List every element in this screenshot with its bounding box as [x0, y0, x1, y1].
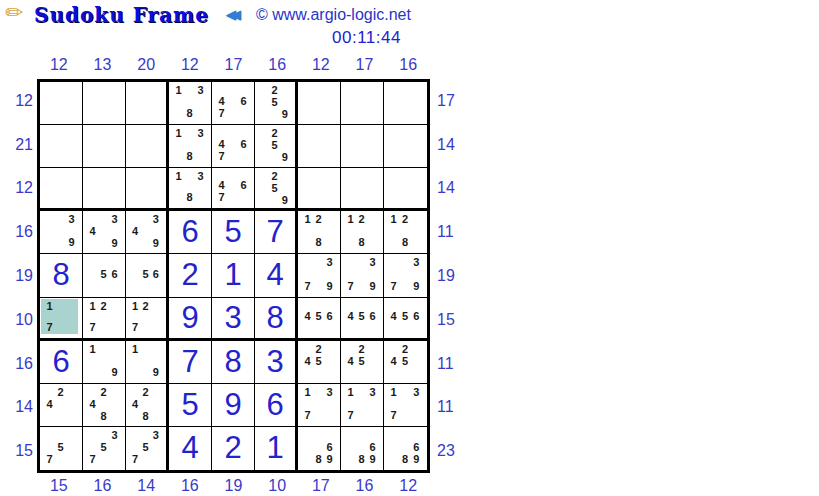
clue-top-4: 12	[168, 55, 212, 74]
cell-r6c7[interactable]: 456	[298, 298, 341, 341]
cell-r5c5[interactable]: 1	[212, 254, 255, 297]
cell-r4c1[interactable]: 39	[40, 211, 83, 254]
clue-right-3: 14	[437, 167, 473, 211]
solved-digit: 2	[169, 254, 211, 296]
pencil-mark-1: 1	[388, 386, 399, 398]
pencil-mark-2: 2	[140, 300, 150, 312]
solved-digit: 1	[212, 254, 254, 296]
pencil-mark-5: 5	[140, 441, 150, 453]
pencil-mark-3: 3	[109, 429, 120, 441]
pencil-mark-7: 7	[130, 453, 140, 465]
pencil-mark-3: 3	[324, 256, 335, 268]
clue-right-7: 11	[437, 342, 473, 386]
pencil-mark-4: 4	[302, 310, 313, 322]
page-title: Sudoku Frame	[34, 3, 209, 27]
solved-digit: 9	[169, 298, 211, 338]
pencil-marks: 259	[259, 170, 290, 203]
pencil-mark-5: 5	[399, 355, 410, 367]
pencil-marks: 127	[87, 300, 120, 333]
pencil-mark-3: 3	[195, 170, 206, 182]
pencil-mark-5: 5	[98, 268, 109, 280]
clue-bottom-6: 10	[255, 476, 299, 495]
pencil-marks: 689	[302, 429, 335, 465]
pencil-marks: 39	[44, 213, 77, 248]
pencil-mark-7: 7	[345, 280, 356, 292]
pencil-mark-2: 2	[313, 343, 324, 355]
solved-digit: 5	[169, 384, 211, 426]
pencil-mark-1: 1	[173, 84, 184, 96]
cell-r1c9[interactable]	[384, 82, 427, 125]
cell-r3c3[interactable]	[126, 168, 169, 211]
pencil-mark-3: 3	[151, 429, 161, 441]
clue-top-2: 13	[81, 55, 125, 74]
cell-r5c6[interactable]: 4	[255, 254, 298, 297]
solved-digit: 4	[169, 427, 211, 470]
pencil-mark-5: 5	[399, 310, 410, 322]
pencil-mark-7: 7	[388, 409, 399, 421]
pencil-marks: 56	[87, 256, 120, 291]
pencil-mark-7: 7	[216, 107, 227, 119]
cell-r8c3[interactable]: 248	[126, 384, 169, 427]
pencil-mark-2: 2	[269, 84, 279, 96]
pencil-mark-5: 5	[356, 310, 367, 322]
pencil-mark-5: 5	[269, 182, 279, 194]
pencil-mark-6: 6	[109, 268, 120, 280]
pencil-mark-9: 9	[367, 453, 378, 465]
cell-r7c6[interactable]: 3	[255, 341, 298, 384]
clue-top-3: 20	[124, 55, 168, 74]
cell-r9c5[interactable]: 2	[212, 427, 255, 470]
cell-r1c5[interactable]: 467	[212, 82, 255, 125]
pencil-marks: 56	[130, 256, 161, 291]
pencil-mark-4: 4	[216, 138, 227, 150]
cell-r8c1[interactable]: 24	[40, 384, 83, 427]
cell-r9c4[interactable]: 4	[169, 427, 212, 470]
pencil-mark-8: 8	[98, 410, 109, 422]
pencil-mark-1: 1	[87, 300, 98, 312]
pencil-mark-9: 9	[324, 453, 335, 465]
pencil-mark-3: 3	[195, 127, 206, 139]
pencil-marks: 248	[87, 386, 120, 421]
pencil-marks: 467	[216, 170, 249, 203]
pencil-marks: 259	[259, 127, 290, 162]
pencil-mark-6: 6	[367, 441, 378, 453]
clue-left-6: 10	[4, 298, 33, 342]
pencil-mark-9: 9	[411, 280, 422, 292]
cell-r3c5[interactable]: 467	[212, 168, 255, 211]
cell-r3c7[interactable]	[298, 168, 341, 211]
pencil-mark-2: 2	[399, 343, 410, 355]
pencil-mark-4: 4	[130, 225, 140, 237]
clue-top-5: 17	[212, 55, 256, 74]
cell-r5c2[interactable]: 56	[83, 254, 126, 297]
pencil-mark-5: 5	[356, 355, 367, 367]
cell-r8c7[interactable]: 137	[298, 384, 341, 427]
pencil-logo-icon: ✏	[5, 0, 23, 26]
pencil-mark-4: 4	[388, 355, 399, 367]
pencil-mark-5: 5	[98, 441, 109, 453]
pencil-mark-5: 5	[140, 268, 150, 280]
pencil-mark-4: 4	[216, 95, 227, 107]
pencil-marks: 138	[173, 84, 206, 119]
pencil-marks: 456	[388, 300, 422, 333]
cell-r2c8[interactable]	[341, 125, 384, 168]
pencil-mark-4: 4	[44, 398, 55, 410]
cell-r2c3[interactable]	[126, 125, 169, 168]
pencil-marks: 349	[87, 213, 120, 248]
copyright-link[interactable]: © www.argio-logic.net	[256, 6, 411, 24]
sudoku-board: 1384672591384672591384672593934934965712…	[37, 79, 430, 473]
pencil-marks: 248	[130, 386, 161, 421]
pencil-mark-3: 3	[324, 386, 335, 398]
clue-left-9: 15	[4, 429, 33, 473]
pencil-mark-7: 7	[87, 321, 98, 333]
pencil-mark-1: 1	[173, 127, 184, 139]
clue-bottom-2: 16	[81, 476, 125, 495]
pencil-mark-9: 9	[109, 237, 120, 249]
pencil-marks: 137	[302, 386, 335, 421]
clue-bottom-7: 17	[299, 476, 343, 495]
cell-r3c9[interactable]	[384, 168, 427, 211]
pencil-mark-5: 5	[269, 139, 279, 151]
pencil-mark-8: 8	[356, 236, 367, 248]
cell-r8c4[interactable]: 5	[169, 384, 212, 427]
clue-left-4: 16	[4, 210, 33, 254]
cell-r3c8[interactable]	[341, 168, 384, 211]
pencil-mark-9: 9	[151, 237, 161, 249]
pencil-marks: 128	[302, 213, 335, 248]
clue-right-5: 19	[437, 254, 473, 298]
pencil-mark-8: 8	[313, 236, 324, 248]
pencil-mark-9: 9	[280, 194, 290, 206]
pencil-mark-9: 9	[411, 453, 422, 465]
cell-r6c1[interactable]: 17	[40, 298, 83, 341]
pencil-mark-2: 2	[269, 127, 279, 139]
pencil-mark-8: 8	[184, 107, 195, 119]
cell-r4c9[interactable]: 128	[384, 211, 427, 254]
cell-r2c5[interactable]: 467	[212, 125, 255, 168]
pencil-mark-4: 4	[87, 225, 98, 237]
pencil-marks: 138	[173, 170, 206, 203]
cell-r2c4[interactable]: 138	[169, 125, 212, 168]
pencil-marks: 456	[302, 300, 335, 333]
cell-r1c6[interactable]: 259	[255, 82, 298, 125]
clue-top-9: 16	[386, 55, 430, 74]
clue-left-1: 12	[4, 79, 33, 123]
cell-r4c4[interactable]: 6	[169, 211, 212, 254]
pencil-marks: 19	[87, 343, 120, 378]
solved-digit: 6	[40, 341, 82, 383]
pencil-mark-1: 1	[388, 213, 399, 225]
pencil-mark-9: 9	[324, 280, 335, 292]
solved-digit: 5	[212, 211, 254, 253]
pencil-mark-3: 3	[411, 256, 422, 268]
solved-digit: 8	[255, 298, 295, 338]
clue-right-9: 23	[437, 429, 473, 473]
pencil-mark-6: 6	[411, 441, 422, 453]
cell-r1c7[interactable]	[298, 82, 341, 125]
pencil-mark-7: 7	[44, 321, 55, 333]
clue-bottom-5: 19	[212, 476, 256, 495]
pencil-mark-9: 9	[367, 280, 378, 292]
pencil-mark-1: 1	[345, 386, 356, 398]
clue-top-6: 16	[255, 55, 299, 74]
clue-left-2: 21	[4, 123, 33, 167]
pencil-mark-1: 1	[302, 213, 313, 225]
pencil-mark-7: 7	[388, 280, 399, 292]
cell-r7c4[interactable]: 7	[169, 341, 212, 384]
cell-r8c9[interactable]: 137	[384, 384, 427, 427]
pencil-marks: 137	[345, 386, 378, 421]
cell-r3c2[interactable]	[83, 168, 126, 211]
pencil-marks: 259	[259, 84, 290, 119]
cell-r6c5[interactable]: 3	[212, 298, 255, 341]
pencil-mark-1: 1	[87, 343, 98, 355]
pencil-mark-4: 4	[302, 355, 313, 367]
pencil-mark-9: 9	[109, 366, 120, 378]
pencil-mark-8: 8	[140, 410, 150, 422]
pencil-mark-2: 2	[140, 386, 150, 398]
cell-r6c6[interactable]: 8	[255, 298, 298, 341]
solved-digit: 1	[255, 427, 295, 470]
pencil-marks: 127	[130, 300, 161, 333]
cell-r7c9[interactable]: 245	[384, 341, 427, 384]
pencil-mark-1: 1	[130, 300, 140, 312]
clue-bottom-8: 16	[343, 476, 387, 495]
cell-r1c4[interactable]: 138	[169, 82, 212, 125]
cell-r2c6[interactable]: 259	[255, 125, 298, 168]
clue-right-6: 15	[437, 298, 473, 342]
solved-digit: 6	[255, 384, 295, 426]
cell-r9c2[interactable]: 357	[83, 427, 126, 470]
cell-r4c6[interactable]: 7	[255, 211, 298, 254]
cell-r7c2[interactable]: 19	[83, 341, 126, 384]
cell-r9c6[interactable]: 1	[255, 427, 298, 470]
cell-r7c5[interactable]: 8	[212, 341, 255, 384]
pencil-mark-8: 8	[356, 453, 367, 465]
pencil-mark-6: 6	[324, 310, 335, 322]
pencil-mark-6: 6	[411, 310, 422, 322]
cell-r6c9[interactable]: 456	[384, 298, 427, 341]
pencil-mark-1: 1	[345, 213, 356, 225]
cell-r8c6[interactable]: 6	[255, 384, 298, 427]
pencil-mark-5: 5	[55, 441, 66, 453]
pencil-mark-4: 4	[345, 310, 356, 322]
cell-r9c8[interactable]: 689	[341, 427, 384, 470]
clue-left-7: 16	[4, 342, 33, 386]
cell-r1c3[interactable]	[126, 82, 169, 125]
cell-r7c1[interactable]: 6	[40, 341, 83, 384]
solved-digit: 3	[212, 298, 254, 338]
pencil-marks: 379	[388, 256, 422, 291]
cell-r4c2[interactable]: 349	[83, 211, 126, 254]
pencil-mark-3: 3	[367, 256, 378, 268]
pencil-mark-5: 5	[313, 310, 324, 322]
pencil-marks: 245	[302, 343, 335, 378]
cell-r6c3[interactable]: 127	[126, 298, 169, 341]
pencil-marks: 17	[44, 300, 77, 333]
cell-r9c9[interactable]: 689	[384, 427, 427, 470]
pencil-marks: 689	[345, 429, 378, 465]
clue-left-3: 12	[4, 167, 33, 211]
rewind-back-icon[interactable]: ◀◀	[226, 7, 236, 22]
left-clues: 122112161910161415	[4, 79, 33, 473]
pencil-mark-5: 5	[313, 355, 324, 367]
cell-r2c1[interactable]	[40, 125, 83, 168]
pencil-mark-7: 7	[87, 453, 98, 465]
cell-r2c7[interactable]	[298, 125, 341, 168]
bottom-clues: 151614161910171612	[37, 476, 430, 495]
pencil-mark-5: 5	[269, 96, 279, 108]
pencil-mark-7: 7	[130, 321, 140, 333]
clue-top-1: 12	[37, 55, 81, 74]
pencil-mark-7: 7	[44, 453, 55, 465]
pencil-mark-2: 2	[313, 213, 324, 225]
pencil-mark-6: 6	[238, 179, 249, 191]
pencil-mark-2: 2	[55, 386, 66, 398]
cell-r4c5[interactable]: 5	[212, 211, 255, 254]
cell-r7c7[interactable]: 245	[298, 341, 341, 384]
pencil-mark-4: 4	[130, 398, 140, 410]
top-clues: 121320121716121716	[37, 55, 430, 74]
cell-r1c2[interactable]	[83, 82, 126, 125]
cell-r1c8[interactable]	[341, 82, 384, 125]
pencil-marks: 349	[130, 213, 161, 248]
cell-r6c4[interactable]: 9	[169, 298, 212, 341]
pencil-mark-7: 7	[216, 191, 227, 203]
pencil-mark-3: 3	[411, 386, 422, 398]
cell-r4c3[interactable]: 349	[126, 211, 169, 254]
solved-digit: 7	[255, 211, 295, 253]
pencil-mark-6: 6	[367, 310, 378, 322]
pencil-marks: 24	[44, 386, 77, 421]
pencil-mark-8: 8	[399, 453, 410, 465]
pencil-mark-2: 2	[98, 300, 109, 312]
pencil-mark-1: 1	[302, 386, 313, 398]
cell-r5c1[interactable]: 8	[40, 254, 83, 297]
clue-bottom-3: 14	[124, 476, 168, 495]
cell-r5c3[interactable]: 56	[126, 254, 169, 297]
solved-digit: 7	[169, 341, 211, 383]
pencil-mark-7: 7	[302, 409, 313, 421]
cell-r4c8[interactable]: 128	[341, 211, 384, 254]
pencil-mark-8: 8	[184, 150, 195, 162]
cell-r1c1[interactable]	[40, 82, 83, 125]
cell-r8c2[interactable]: 248	[83, 384, 126, 427]
cell-r7c3[interactable]: 19	[126, 341, 169, 384]
pencil-marks: 245	[345, 343, 378, 378]
pencil-mark-7: 7	[302, 280, 313, 292]
pencil-mark-7: 7	[345, 409, 356, 421]
cell-r6c8[interactable]: 456	[341, 298, 384, 341]
pencil-mark-6: 6	[238, 95, 249, 107]
cell-r8c8[interactable]: 137	[341, 384, 384, 427]
cell-r8c5[interactable]: 9	[212, 384, 255, 427]
solved-digit: 6	[169, 211, 211, 253]
cell-r7c8[interactable]: 245	[341, 341, 384, 384]
pencil-mark-4: 4	[216, 179, 227, 191]
clue-right-2: 14	[437, 123, 473, 167]
pencil-mark-9: 9	[280, 151, 290, 163]
solved-digit: 8	[212, 341, 254, 383]
pencil-mark-3: 3	[195, 84, 206, 96]
clue-bottom-4: 16	[168, 476, 212, 495]
timer: 00:11:44	[332, 28, 401, 48]
pencil-mark-3: 3	[151, 213, 161, 225]
pencil-marks: 245	[388, 343, 422, 378]
cell-r4c7[interactable]: 128	[298, 211, 341, 254]
pencil-mark-9: 9	[280, 108, 290, 120]
solved-digit: 9	[212, 384, 254, 426]
pencil-marks: 467	[216, 127, 249, 162]
cell-r5c8[interactable]: 379	[341, 254, 384, 297]
pencil-mark-6: 6	[151, 268, 161, 280]
pencil-mark-3: 3	[367, 386, 378, 398]
clue-top-8: 17	[343, 55, 387, 74]
pencil-mark-1: 1	[130, 343, 140, 355]
pencil-mark-9: 9	[66, 236, 77, 248]
clue-right-8: 11	[437, 385, 473, 429]
pencil-marks: 357	[87, 429, 120, 465]
clue-bottom-9: 12	[386, 476, 430, 495]
clue-right-4: 11	[437, 210, 473, 254]
pencil-marks: 128	[345, 213, 378, 248]
pencil-marks: 128	[388, 213, 422, 248]
pencil-mark-3: 3	[66, 213, 77, 225]
pencil-mark-6: 6	[238, 138, 249, 150]
pencil-mark-2: 2	[356, 213, 367, 225]
right-clues: 171414111915111123	[437, 79, 473, 473]
pencil-mark-4: 4	[345, 355, 356, 367]
cell-r3c1[interactable]	[40, 168, 83, 211]
pencil-mark-3: 3	[109, 213, 120, 225]
pencil-mark-1: 1	[44, 300, 55, 312]
cell-r9c7[interactable]: 689	[298, 427, 341, 470]
cell-r6c2[interactable]: 127	[83, 298, 126, 341]
pencil-mark-2: 2	[399, 213, 410, 225]
pencil-marks: 456	[345, 300, 378, 333]
solved-digit: 3	[255, 341, 295, 383]
cell-r2c9[interactable]	[384, 125, 427, 168]
pencil-marks: 19	[130, 343, 161, 378]
clue-right-1: 17	[437, 79, 473, 123]
pencil-marks: 137	[388, 386, 422, 421]
cell-r5c9[interactable]: 379	[384, 254, 427, 297]
clue-bottom-1: 15	[37, 476, 81, 495]
solved-digit: 8	[40, 254, 82, 296]
cell-r9c1[interactable]: 57	[40, 427, 83, 470]
clue-left-5: 19	[4, 254, 33, 298]
pencil-mark-2: 2	[98, 386, 109, 398]
pencil-mark-2: 2	[356, 343, 367, 355]
pencil-marks: 689	[388, 429, 422, 465]
pencil-mark-4: 4	[87, 398, 98, 410]
clue-left-8: 14	[4, 385, 33, 429]
cell-r9c3[interactable]: 357	[126, 427, 169, 470]
cell-r3c6[interactable]: 259	[255, 168, 298, 211]
clue-top-7: 12	[299, 55, 343, 74]
cell-r5c4[interactable]: 2	[169, 254, 212, 297]
cell-r5c7[interactable]: 379	[298, 254, 341, 297]
solved-digit: 2	[212, 427, 254, 470]
pencil-mark-8: 8	[399, 236, 410, 248]
pencil-marks: 379	[302, 256, 335, 291]
cell-r3c4[interactable]: 138	[169, 168, 212, 211]
pencil-mark-8: 8	[313, 453, 324, 465]
solved-digit: 4	[255, 254, 295, 296]
pencil-mark-6: 6	[324, 441, 335, 453]
cell-r2c2[interactable]	[83, 125, 126, 168]
